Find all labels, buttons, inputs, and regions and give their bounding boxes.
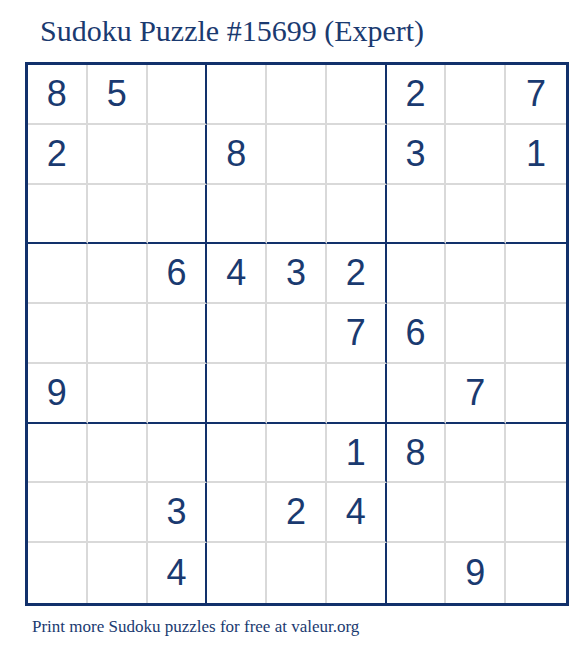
cell-r4c5: 3 [267, 244, 327, 304]
cell-r2c3[interactable] [148, 125, 208, 185]
cell-r7c9[interactable] [506, 424, 566, 484]
cell-r8c8[interactable] [446, 483, 506, 543]
cell-r5c9[interactable] [506, 304, 566, 364]
cell-r3c9[interactable] [506, 185, 566, 245]
cell-r7c3[interactable] [148, 424, 208, 484]
cell-r6c9[interactable] [506, 364, 566, 424]
cell-r5c7: 6 [387, 304, 447, 364]
cell-r4c8[interactable] [446, 244, 506, 304]
cell-r1c7: 2 [387, 65, 447, 125]
page-title: Sudoku Puzzle #15699 (Expert) [40, 14, 424, 48]
cell-r7c2[interactable] [88, 424, 148, 484]
cell-r3c7[interactable] [387, 185, 447, 245]
footer-text: Print more Sudoku puzzles for free at va… [32, 617, 359, 637]
cell-r5c6: 7 [327, 304, 387, 364]
cell-r9c4[interactable] [207, 543, 267, 603]
cell-r1c5[interactable] [267, 65, 327, 125]
cell-r1c8[interactable] [446, 65, 506, 125]
cell-r4c7[interactable] [387, 244, 447, 304]
cell-r5c2[interactable] [88, 304, 148, 364]
cell-r4c4: 4 [207, 244, 267, 304]
cell-r2c1: 2 [28, 125, 88, 185]
cell-r6c4[interactable] [207, 364, 267, 424]
cell-r9c7[interactable] [387, 543, 447, 603]
cell-r7c7: 8 [387, 424, 447, 484]
cell-r9c8: 9 [446, 543, 506, 603]
cell-r6c6[interactable] [327, 364, 387, 424]
cell-r9c6[interactable] [327, 543, 387, 603]
cell-r4c1[interactable] [28, 244, 88, 304]
cell-r8c5: 2 [267, 483, 327, 543]
cell-r7c8[interactable] [446, 424, 506, 484]
cell-r3c2[interactable] [88, 185, 148, 245]
cell-r2c5[interactable] [267, 125, 327, 185]
cell-r1c1: 8 [28, 65, 88, 125]
cell-r7c4[interactable] [207, 424, 267, 484]
cell-r6c8: 7 [446, 364, 506, 424]
cell-r6c5[interactable] [267, 364, 327, 424]
cell-r8c6: 4 [327, 483, 387, 543]
cell-r8c7[interactable] [387, 483, 447, 543]
cell-r4c9[interactable] [506, 244, 566, 304]
cell-r8c9[interactable] [506, 483, 566, 543]
cell-r1c3[interactable] [148, 65, 208, 125]
cell-r6c3[interactable] [148, 364, 208, 424]
cell-r3c5[interactable] [267, 185, 327, 245]
cell-r5c8[interactable] [446, 304, 506, 364]
cell-r5c4[interactable] [207, 304, 267, 364]
cell-r7c6: 1 [327, 424, 387, 484]
cell-r5c3[interactable] [148, 304, 208, 364]
cell-r7c5[interactable] [267, 424, 327, 484]
cell-r2c6[interactable] [327, 125, 387, 185]
cell-r9c3: 4 [148, 543, 208, 603]
cell-r9c2[interactable] [88, 543, 148, 603]
cell-r8c1[interactable] [28, 483, 88, 543]
cell-r5c1[interactable] [28, 304, 88, 364]
cell-r4c6: 2 [327, 244, 387, 304]
cell-r5c5[interactable] [267, 304, 327, 364]
cell-r1c9: 7 [506, 65, 566, 125]
cell-r3c4[interactable] [207, 185, 267, 245]
cell-r6c2[interactable] [88, 364, 148, 424]
cell-r8c3: 3 [148, 483, 208, 543]
cell-r4c3: 6 [148, 244, 208, 304]
cell-r6c1: 9 [28, 364, 88, 424]
cell-r3c6[interactable] [327, 185, 387, 245]
cell-r8c4[interactable] [207, 483, 267, 543]
cell-r7c1[interactable] [28, 424, 88, 484]
cell-r1c6[interactable] [327, 65, 387, 125]
cell-r3c8[interactable] [446, 185, 506, 245]
cell-r3c3[interactable] [148, 185, 208, 245]
cell-r9c5[interactable] [267, 543, 327, 603]
cell-r2c8[interactable] [446, 125, 506, 185]
cell-r2c2[interactable] [88, 125, 148, 185]
cell-r2c4: 8 [207, 125, 267, 185]
cell-r9c9[interactable] [506, 543, 566, 603]
cell-r2c9: 1 [506, 125, 566, 185]
sudoku-board: 85272831643276971832449 [25, 62, 569, 606]
cell-r8c2[interactable] [88, 483, 148, 543]
cell-r1c4[interactable] [207, 65, 267, 125]
cell-r9c1[interactable] [28, 543, 88, 603]
cell-r2c7: 3 [387, 125, 447, 185]
cell-r6c7[interactable] [387, 364, 447, 424]
cell-r1c2: 5 [88, 65, 148, 125]
cell-r3c1[interactable] [28, 185, 88, 245]
cell-r4c2[interactable] [88, 244, 148, 304]
